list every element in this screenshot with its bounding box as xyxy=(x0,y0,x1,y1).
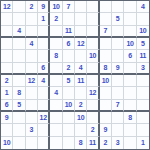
cell-r2c12[interactable] xyxy=(137,13,149,25)
cell-r3c5[interactable] xyxy=(50,26,62,38)
cell-r7c11[interactable] xyxy=(124,75,136,87)
cell-r11c2[interactable] xyxy=(13,124,25,136)
cell-r1c4[interactable]: 9 xyxy=(38,1,50,13)
cell-r6c12[interactable]: 3 xyxy=(137,63,149,75)
cell-r7c9[interactable]: 10 xyxy=(100,75,112,87)
cell-r8c8[interactable]: 12 xyxy=(87,87,99,99)
cell-r4c11[interactable]: 10 xyxy=(124,38,136,50)
cell-r11c8[interactable]: 2 xyxy=(87,124,99,136)
cell-r8c9[interactable] xyxy=(100,87,112,99)
cell-r10c2[interactable] xyxy=(13,112,25,124)
cell-r1c8[interactable] xyxy=(87,1,99,13)
cell-r6c7[interactable]: 4 xyxy=(75,63,87,75)
cell-r11c4[interactable] xyxy=(38,124,50,136)
cell-r3c8[interactable] xyxy=(87,26,99,38)
cell-r5c6[interactable] xyxy=(63,50,75,62)
cell-r12c11[interactable] xyxy=(124,137,136,149)
cell-r5c3[interactable] xyxy=(26,50,38,62)
cell-r7c7[interactable]: 11 xyxy=(75,75,87,87)
cell-r12c2[interactable] xyxy=(13,137,25,149)
cell-r10c7[interactable]: 10 xyxy=(75,112,87,124)
cell-r2c10[interactable]: 5 xyxy=(112,13,124,25)
cell-r2c3[interactable] xyxy=(26,13,38,25)
cell-r10c3[interactable] xyxy=(26,112,38,124)
cell-r11c10[interactable] xyxy=(112,124,124,136)
sudoku-board: 1229107412541171046121058106116248932124… xyxy=(0,0,150,150)
cell-r7c10[interactable] xyxy=(112,75,124,87)
cell-r10c9[interactable] xyxy=(100,112,112,124)
cell-r1c6[interactable]: 7 xyxy=(63,1,75,13)
cell-r8c5[interactable]: 4 xyxy=(50,87,62,99)
cell-r2c4[interactable]: 1 xyxy=(38,13,50,25)
cell-r9c8[interactable] xyxy=(87,100,99,112)
cell-r9c4[interactable] xyxy=(38,100,50,112)
cell-r1c3[interactable]: 2 xyxy=(26,1,38,13)
cell-r8c10[interactable] xyxy=(112,87,124,99)
cell-r2c1[interactable] xyxy=(1,13,13,25)
cell-r5c8[interactable]: 10 xyxy=(87,50,99,62)
cell-r8c11[interactable] xyxy=(124,87,136,99)
cell-r6c3[interactable] xyxy=(26,63,38,75)
cell-r3c3[interactable] xyxy=(26,26,38,38)
cell-r3c10[interactable] xyxy=(112,26,124,38)
cell-r5c10[interactable] xyxy=(112,50,124,62)
cell-r8c1[interactable]: 1 xyxy=(1,87,13,99)
cell-r4c8[interactable] xyxy=(87,38,99,50)
cell-r5c11[interactable]: 6 xyxy=(124,50,136,62)
cell-r3c7[interactable] xyxy=(75,26,87,38)
cell-r6c10[interactable]: 9 xyxy=(112,63,124,75)
cell-r11c12[interactable] xyxy=(137,124,149,136)
cell-r12c3[interactable] xyxy=(26,137,38,149)
cell-r1c5[interactable]: 10 xyxy=(50,1,62,13)
cell-r1c1[interactable]: 12 xyxy=(1,1,13,13)
cell-r9c5[interactable] xyxy=(50,100,62,112)
cell-r11c11[interactable] xyxy=(124,124,136,136)
cell-r5c9[interactable] xyxy=(100,50,112,62)
cell-r3c1[interactable] xyxy=(1,26,13,38)
cell-r9c7[interactable]: 2 xyxy=(75,100,87,112)
cell-r4c5[interactable] xyxy=(50,38,62,50)
cell-r12c1[interactable]: 10 xyxy=(1,137,13,149)
cell-r6c1[interactable] xyxy=(1,63,13,75)
cell-r1c9[interactable] xyxy=(100,1,112,13)
cell-r11c1[interactable] xyxy=(1,124,13,136)
cell-r7c12[interactable] xyxy=(137,75,149,87)
cell-r12c5[interactable] xyxy=(50,137,62,149)
cell-r12c6[interactable] xyxy=(63,137,75,149)
cell-r10c12[interactable] xyxy=(137,112,149,124)
cell-r5c7[interactable] xyxy=(75,50,87,62)
cell-r12c12[interactable]: 1 xyxy=(137,137,149,149)
cell-r11c6[interactable] xyxy=(63,124,75,136)
cell-r6c6[interactable]: 2 xyxy=(63,63,75,75)
cell-r3c11[interactable] xyxy=(124,26,136,38)
cell-r4c2[interactable] xyxy=(13,38,25,50)
cell-r10c5[interactable] xyxy=(50,112,62,124)
cell-r2c6[interactable] xyxy=(63,13,75,25)
cell-r3c2[interactable]: 4 xyxy=(13,26,25,38)
cell-r3c4[interactable] xyxy=(38,26,50,38)
cell-r4c10[interactable] xyxy=(112,38,124,50)
cell-r6c2[interactable] xyxy=(13,63,25,75)
cell-r9c1[interactable]: 6 xyxy=(1,100,13,112)
cell-r9c2[interactable]: 5 xyxy=(13,100,25,112)
cell-r3c6[interactable]: 11 xyxy=(63,26,75,38)
cell-r3c12[interactable]: 10 xyxy=(137,26,149,38)
cell-r10c8[interactable] xyxy=(87,112,99,124)
cell-r9c9[interactable] xyxy=(100,100,112,112)
cell-r2c11[interactable] xyxy=(124,13,136,25)
cell-r2c2[interactable] xyxy=(13,13,25,25)
cell-r5c1[interactable] xyxy=(1,50,13,62)
cell-r2c8[interactable] xyxy=(87,13,99,25)
cell-r5c5[interactable]: 8 xyxy=(50,50,62,62)
cell-r3c9[interactable]: 7 xyxy=(100,26,112,38)
cell-r6c5[interactable] xyxy=(50,63,62,75)
cell-r2c7[interactable] xyxy=(75,13,87,25)
cell-r6c9[interactable]: 8 xyxy=(100,63,112,75)
cell-r8c4[interactable] xyxy=(38,87,50,99)
cell-r7c1[interactable]: 2 xyxy=(1,75,13,87)
cell-r2c5[interactable]: 2 xyxy=(50,13,62,25)
cell-r11c9[interactable]: 9 xyxy=(100,124,112,136)
cell-r7c6[interactable]: 5 xyxy=(63,75,75,87)
cell-r7c3[interactable]: 12 xyxy=(26,75,38,87)
cell-r9c6[interactable]: 10 xyxy=(63,100,75,112)
cell-r11c5[interactable] xyxy=(50,124,62,136)
cell-r7c4[interactable]: 4 xyxy=(38,75,50,87)
cell-r4c1[interactable] xyxy=(1,38,13,50)
cell-r12c4[interactable] xyxy=(38,137,50,149)
cell-r4c3[interactable]: 4 xyxy=(26,38,38,50)
cell-r5c4[interactable] xyxy=(38,50,50,62)
cell-r12c9[interactable]: 2 xyxy=(100,137,112,149)
cell-r10c1[interactable]: 9 xyxy=(1,112,13,124)
cell-r10c4[interactable]: 12 xyxy=(38,112,50,124)
cell-r2c9[interactable] xyxy=(100,13,112,25)
cell-r6c11[interactable] xyxy=(124,63,136,75)
cell-r11c7[interactable] xyxy=(75,124,87,136)
cell-r10c10[interactable] xyxy=(112,112,124,124)
cell-r8c2[interactable]: 8 xyxy=(13,87,25,99)
cell-r1c7[interactable] xyxy=(75,1,87,13)
cell-r6c8[interactable] xyxy=(87,63,99,75)
cell-r1c10[interactable] xyxy=(112,1,124,13)
cell-r9c10[interactable]: 7 xyxy=(112,100,124,112)
cell-r4c4[interactable] xyxy=(38,38,50,50)
cell-r12c8[interactable]: 11 xyxy=(87,137,99,149)
cell-r5c2[interactable] xyxy=(13,50,25,62)
cell-r7c8[interactable] xyxy=(87,75,99,87)
cell-r6c4[interactable]: 6 xyxy=(38,63,50,75)
cell-r10c6[interactable] xyxy=(63,112,75,124)
cell-r9c11[interactable] xyxy=(124,100,136,112)
cell-r8c7[interactable] xyxy=(75,87,87,99)
cell-r12c7[interactable]: 8 xyxy=(75,137,87,149)
cell-r12c10[interactable]: 3 xyxy=(112,137,124,149)
cell-r4c9[interactable] xyxy=(100,38,112,50)
cell-r9c3[interactable] xyxy=(26,100,38,112)
cell-r11c3[interactable]: 3 xyxy=(26,124,38,136)
cell-r10c11[interactable]: 8 xyxy=(124,112,136,124)
cell-r7c2[interactable] xyxy=(13,75,25,87)
cell-r4c7[interactable]: 12 xyxy=(75,38,87,50)
cell-r8c12[interactable] xyxy=(137,87,149,99)
cell-r4c12[interactable]: 5 xyxy=(137,38,149,50)
cell-r1c11[interactable] xyxy=(124,1,136,13)
cell-r4c6[interactable]: 6 xyxy=(63,38,75,50)
cell-r8c6[interactable] xyxy=(63,87,75,99)
cell-r1c2[interactable] xyxy=(13,1,25,13)
cell-r5c12[interactable]: 11 xyxy=(137,50,149,62)
cell-r8c3[interactable] xyxy=(26,87,38,99)
cell-r1c12[interactable]: 4 xyxy=(137,1,149,13)
cell-r7c5[interactable] xyxy=(50,75,62,87)
cell-r9c12[interactable] xyxy=(137,100,149,112)
